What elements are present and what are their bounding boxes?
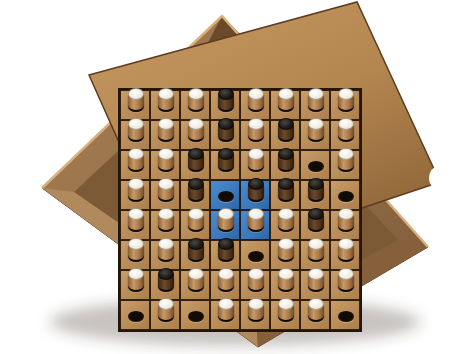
white-peg-top [128,208,144,220]
black-peg-top [188,178,204,190]
cell-r7c8[interactable] [330,270,360,300]
cell-r5c1[interactable] [120,210,150,240]
cell-r4c3[interactable] [180,180,210,210]
peg-hole [308,161,324,172]
cell-r3c4[interactable] [210,150,240,180]
black-peg[interactable] [278,148,294,174]
black-peg[interactable] [218,238,234,264]
white-peg[interactable] [188,118,204,144]
cell-r1c6[interactable] [270,90,300,120]
white-peg-top [278,88,294,100]
cell-r2c1[interactable] [120,120,150,150]
white-peg[interactable] [248,88,264,114]
cell-r7c7[interactable] [300,270,330,300]
white-peg[interactable] [158,118,174,144]
cell-r2c7[interactable] [300,120,330,150]
peg-hole [338,311,354,322]
white-peg[interactable] [278,238,294,264]
cell-r8c7[interactable] [300,300,330,330]
black-peg[interactable] [188,148,204,174]
white-peg[interactable] [158,88,174,114]
black-peg-top [278,148,294,160]
white-peg-top [188,118,204,130]
black-peg[interactable] [188,178,204,204]
white-peg-top [308,88,324,100]
peg-hole [188,311,204,322]
cell-r6c6[interactable] [270,240,300,270]
white-peg[interactable] [338,148,354,174]
white-peg-top [338,208,354,220]
black-peg-top [188,148,204,160]
white-peg[interactable] [278,208,294,234]
cell-r5c5[interactable] [240,210,270,240]
white-peg[interactable] [188,268,204,294]
white-peg[interactable] [338,268,354,294]
white-peg-top [128,88,144,100]
white-peg-top [248,88,264,100]
black-peg-top [158,268,174,280]
white-peg-top [218,268,234,280]
product-photo-scene [0,0,450,354]
cell-r4c5[interactable] [240,180,270,210]
white-peg-top [338,118,354,130]
white-peg[interactable] [188,208,204,234]
white-peg-top [278,268,294,280]
cell-r6c5[interactable] [240,240,270,270]
white-peg[interactable] [248,268,264,294]
cell-r1c7[interactable] [300,90,330,120]
cell-r5c4[interactable] [210,210,240,240]
white-peg-top [158,208,174,220]
white-peg-top [278,238,294,250]
white-peg-top [338,88,354,100]
cell-r2c2[interactable] [150,120,180,150]
white-peg-top [128,268,144,280]
white-peg[interactable] [218,208,234,234]
cell-r7c2[interactable] [150,270,180,300]
black-peg-top [248,178,264,190]
white-peg-top [338,238,354,250]
white-peg-top [278,208,294,220]
black-peg-top [218,88,234,100]
cell-r8c2[interactable] [150,300,180,330]
white-peg[interactable] [248,118,264,144]
cell-r4c2[interactable] [150,180,180,210]
white-peg[interactable] [248,148,264,174]
cell-r5c6[interactable] [270,210,300,240]
white-peg[interactable] [338,238,354,264]
white-peg[interactable] [338,208,354,234]
white-peg-top [248,268,264,280]
cell-r7c5[interactable] [240,270,270,300]
cell-r5c2[interactable] [150,210,180,240]
black-peg-top [308,208,324,220]
cell-r6c2[interactable] [150,240,180,270]
white-peg[interactable] [128,88,144,114]
black-peg-top [188,238,204,250]
white-peg-top [248,208,264,220]
cell-r1c2[interactable] [150,90,180,120]
white-peg[interactable] [128,118,144,144]
cell-r1c4[interactable] [210,90,240,120]
cell-r1c8[interactable] [330,90,360,120]
cell-r8c5[interactable] [240,300,270,330]
white-peg-top [128,118,144,130]
cell-r6c7[interactable] [300,240,330,270]
white-peg-top [188,88,204,100]
cell-r6c4[interactable] [210,240,240,270]
white-peg-top [308,268,324,280]
white-peg-top [158,118,174,130]
cell-r6c3[interactable] [180,240,210,270]
white-peg-top [248,118,264,130]
white-peg-top [128,148,144,160]
white-peg-top [128,238,144,250]
white-peg-top [218,208,234,220]
cell-r4c4[interactable] [210,180,240,210]
black-peg[interactable] [218,88,234,114]
white-peg-top [308,118,324,130]
white-peg[interactable] [158,208,174,234]
white-peg-top [218,298,234,310]
white-peg[interactable] [338,88,354,114]
white-peg-top [188,268,204,280]
black-peg[interactable] [188,238,204,264]
cell-r8c4[interactable] [210,300,240,330]
cell-r4c7[interactable] [300,180,330,210]
white-peg-top [158,178,174,190]
cell-r2c8[interactable] [330,120,360,150]
white-peg[interactable] [278,298,294,324]
white-peg[interactable] [128,178,144,204]
cell-r2c6[interactable] [270,120,300,150]
cell-r5c7[interactable] [300,210,330,240]
white-peg-top [338,148,354,160]
white-peg[interactable] [218,268,234,294]
black-peg[interactable] [158,268,174,294]
peg-hole [248,251,264,262]
cell-r8c1[interactable] [120,300,150,330]
white-peg[interactable] [188,88,204,114]
white-peg-top [248,298,264,310]
white-peg[interactable] [278,268,294,294]
cell-r5c3[interactable] [180,210,210,240]
black-peg-top [218,238,234,250]
white-peg[interactable] [308,118,324,144]
black-peg[interactable] [218,118,234,144]
black-peg[interactable] [248,178,264,204]
peg-hole [218,191,234,202]
white-peg-top [158,148,174,160]
white-peg[interactable] [128,268,144,294]
white-peg-top [338,268,354,280]
cell-r1c1[interactable] [120,90,150,120]
white-peg[interactable] [128,148,144,174]
white-peg-top [128,178,144,190]
cell-r7c1[interactable] [120,270,150,300]
cell-r3c6[interactable] [270,150,300,180]
white-peg[interactable] [158,298,174,324]
cell-r8c6[interactable] [270,300,300,330]
white-peg[interactable] [158,238,174,264]
frame-corner-notch [429,167,445,189]
cell-r3c3[interactable] [180,150,210,180]
cell-r4c1[interactable] [120,180,150,210]
white-peg-top [188,208,204,220]
cell-r2c5[interactable] [240,120,270,150]
black-peg-top [218,148,234,160]
black-peg-top [278,178,294,190]
white-peg[interactable] [308,298,324,324]
black-peg-top [308,178,324,190]
black-peg[interactable] [308,178,324,204]
othello-board [118,88,362,332]
cell-r2c3[interactable] [180,120,210,150]
cell-r6c8[interactable] [330,240,360,270]
cell-r4c8[interactable] [330,180,360,210]
white-peg[interactable] [308,268,324,294]
cell-r7c4[interactable] [210,270,240,300]
cell-r3c8[interactable] [330,150,360,180]
black-peg[interactable] [218,148,234,174]
peg-hole [128,311,144,322]
white-peg-top [308,298,324,310]
white-peg[interactable] [158,178,174,204]
white-peg[interactable] [308,88,324,114]
cell-r2c4[interactable] [210,120,240,150]
white-peg[interactable] [158,148,174,174]
cell-r6c1[interactable] [120,240,150,270]
cell-r5c8[interactable] [330,210,360,240]
black-peg[interactable] [278,178,294,204]
white-peg-top [248,148,264,160]
cell-r3c7[interactable] [300,150,330,180]
cell-r3c1[interactable] [120,150,150,180]
peg-hole [338,191,354,202]
white-peg[interactable] [128,208,144,234]
cell-r4c6[interactable] [270,180,300,210]
black-peg-top [278,118,294,130]
cell-r7c6[interactable] [270,270,300,300]
white-peg[interactable] [248,298,264,324]
cell-r1c5[interactable] [240,90,270,120]
white-peg[interactable] [278,88,294,114]
cell-r8c8[interactable] [330,300,360,330]
cell-r1c3[interactable] [180,90,210,120]
cell-r3c2[interactable] [150,150,180,180]
white-peg[interactable] [218,298,234,324]
white-peg-top [308,238,324,250]
cell-r3c5[interactable] [240,150,270,180]
white-peg[interactable] [128,238,144,264]
cell-r8c3[interactable] [180,300,210,330]
white-peg[interactable] [248,208,264,234]
cell-r7c3[interactable] [180,270,210,300]
black-peg[interactable] [278,118,294,144]
white-peg[interactable] [338,118,354,144]
white-peg-top [278,298,294,310]
black-peg-top [218,118,234,130]
white-peg-top [158,238,174,250]
white-peg-top [158,298,174,310]
white-peg[interactable] [308,238,324,264]
white-peg-top [158,88,174,100]
black-peg[interactable] [308,208,324,234]
